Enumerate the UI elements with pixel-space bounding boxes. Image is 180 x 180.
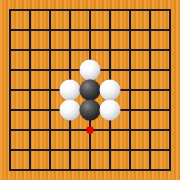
intersection-D6[interactable] <box>60 100 80 120</box>
intersection-H4[interactable] <box>140 60 160 80</box>
intersection-I9[interactable] <box>160 160 180 180</box>
intersection-I7[interactable] <box>160 120 180 140</box>
intersection-C6[interactable] <box>40 100 60 120</box>
grid-line-horizontal <box>60 49 80 51</box>
grid-line-horizontal <box>100 69 120 71</box>
grid-line-horizontal <box>40 129 60 131</box>
grid-line-horizontal <box>120 169 140 171</box>
intersection-I4[interactable] <box>160 60 180 80</box>
grid-line-horizontal <box>20 149 40 151</box>
intersection-C7[interactable] <box>40 120 60 140</box>
grid-line-horizontal <box>40 69 60 71</box>
intersection-I1[interactable] <box>160 0 180 20</box>
intersection-G7[interactable] <box>120 120 140 140</box>
intersection-D1[interactable] <box>60 0 80 20</box>
intersection-I5[interactable] <box>160 80 180 100</box>
intersection-B6[interactable] <box>20 100 40 120</box>
grid-line-horizontal <box>40 49 60 51</box>
intersection-I3[interactable] <box>160 40 180 60</box>
grid-line-horizontal <box>20 169 40 171</box>
intersection-A9[interactable] <box>0 160 20 180</box>
grid-line-horizontal <box>9 169 20 171</box>
intersection-D3[interactable] <box>60 40 80 60</box>
grid-line-horizontal <box>9 69 20 71</box>
intersection-H7[interactable] <box>140 120 160 140</box>
grid-line-horizontal <box>9 89 20 91</box>
intersection-F7[interactable] <box>100 120 120 140</box>
grid-line-horizontal <box>160 149 171 151</box>
intersection-D8[interactable] <box>60 140 80 160</box>
grid-line-horizontal <box>100 29 120 31</box>
grid-line-horizontal <box>40 9 60 11</box>
intersection-D9[interactable] <box>60 160 80 180</box>
intersection-A2[interactable] <box>0 20 20 40</box>
grid-line-horizontal <box>40 149 60 151</box>
intersection-C5[interactable] <box>40 80 60 100</box>
intersection-B5[interactable] <box>20 80 40 100</box>
grid-line-horizontal <box>160 9 171 11</box>
white-stone <box>60 100 81 121</box>
grid-line-horizontal <box>80 169 100 171</box>
intersection-E5[interactable] <box>80 80 100 100</box>
grid-line-horizontal <box>9 9 20 11</box>
intersection-A3[interactable] <box>0 40 20 60</box>
intersection-G6[interactable] <box>120 100 140 120</box>
grid-line-horizontal <box>160 49 171 51</box>
intersection-A5[interactable] <box>0 80 20 100</box>
intersection-I8[interactable] <box>160 140 180 160</box>
grid-line-horizontal <box>100 9 120 11</box>
grid-line-horizontal <box>100 169 120 171</box>
intersection-F9[interactable] <box>100 160 120 180</box>
intersection-I2[interactable] <box>160 20 180 40</box>
intersection-G9[interactable] <box>120 160 140 180</box>
intersection-G3[interactable] <box>120 40 140 60</box>
intersection-B9[interactable] <box>20 160 40 180</box>
go-board[interactable] <box>0 0 180 180</box>
grid-line-horizontal <box>80 49 100 51</box>
intersection-F3[interactable] <box>100 40 120 60</box>
intersection-H6[interactable] <box>140 100 160 120</box>
intersection-H8[interactable] <box>140 140 160 160</box>
intersection-H3[interactable] <box>140 40 160 60</box>
intersection-B3[interactable] <box>20 40 40 60</box>
intersection-D7[interactable] <box>60 120 80 140</box>
grid-line-horizontal <box>140 109 160 111</box>
intersection-H9[interactable] <box>140 160 160 180</box>
grid-line-horizontal <box>140 169 160 171</box>
grid-line-horizontal <box>9 149 20 151</box>
intersection-B1[interactable] <box>20 0 40 20</box>
grid-line-horizontal <box>20 69 40 71</box>
intersection-A7[interactable] <box>0 120 20 140</box>
intersection-E3[interactable] <box>80 40 100 60</box>
intersection-F2[interactable] <box>100 20 120 40</box>
intersection-E2[interactable] <box>80 20 100 40</box>
intersection-G2[interactable] <box>120 20 140 40</box>
intersection-C3[interactable] <box>40 40 60 60</box>
grid-line-horizontal <box>160 69 171 71</box>
grid-line-horizontal <box>60 149 80 151</box>
grid-line-horizontal <box>20 9 40 11</box>
grid-line-horizontal <box>140 49 160 51</box>
intersection-A6[interactable] <box>0 100 20 120</box>
grid-line-horizontal <box>20 49 40 51</box>
intersection-G5[interactable] <box>120 80 140 100</box>
intersection-G1[interactable] <box>120 0 140 20</box>
intersection-G4[interactable] <box>120 60 140 80</box>
grid-line-horizontal <box>9 29 20 31</box>
grid-line-horizontal <box>120 49 140 51</box>
intersection-E6[interactable] <box>80 100 100 120</box>
red-dot-marker <box>87 127 94 134</box>
intersection-C1[interactable] <box>40 0 60 20</box>
black-stone <box>80 80 101 101</box>
grid-line-horizontal <box>100 49 120 51</box>
grid-line-horizontal <box>80 9 100 11</box>
grid-line-horizontal <box>120 69 140 71</box>
grid-line-horizontal <box>120 149 140 151</box>
grid-line-horizontal <box>140 89 160 91</box>
grid-line-horizontal <box>100 149 120 151</box>
intersection-A1[interactable] <box>0 0 20 20</box>
grid-line-horizontal <box>20 89 40 91</box>
grid-line-horizontal <box>60 69 80 71</box>
grid-line-horizontal <box>9 129 20 131</box>
grid-line-horizontal <box>40 109 60 111</box>
grid-line-horizontal <box>100 129 120 131</box>
intersection-D5[interactable] <box>60 80 80 100</box>
grid-line-horizontal <box>9 109 20 111</box>
intersection-B2[interactable] <box>20 20 40 40</box>
intersection-E7[interactable] <box>80 120 100 140</box>
grid-line-horizontal <box>160 89 171 91</box>
grid-line-horizontal <box>160 169 171 171</box>
intersection-F8[interactable] <box>100 140 120 160</box>
intersection-F5[interactable] <box>100 80 120 100</box>
grid-line-horizontal <box>40 29 60 31</box>
grid-line-horizontal <box>120 29 140 31</box>
intersection-G8[interactable] <box>120 140 140 160</box>
intersection-E9[interactable] <box>80 160 100 180</box>
white-stone <box>100 80 121 101</box>
grid-line-horizontal <box>60 9 80 11</box>
intersection-C8[interactable] <box>40 140 60 160</box>
grid-line-horizontal <box>120 9 140 11</box>
grid-line-horizontal <box>20 29 40 31</box>
white-stone <box>60 80 81 101</box>
intersection-H2[interactable] <box>140 20 160 40</box>
grid-line-horizontal <box>140 9 160 11</box>
grid-line-horizontal <box>120 109 140 111</box>
intersection-E1[interactable] <box>80 0 100 20</box>
intersection-B8[interactable] <box>20 140 40 160</box>
intersection-E8[interactable] <box>80 140 100 160</box>
white-stone <box>80 60 101 81</box>
grid-line-horizontal <box>20 129 40 131</box>
grid-line-horizontal <box>9 49 20 51</box>
intersection-H5[interactable] <box>140 80 160 100</box>
intersection-I6[interactable] <box>160 100 180 120</box>
grid-line-horizontal <box>140 129 160 131</box>
intersection-A4[interactable] <box>0 60 20 80</box>
intersection-C2[interactable] <box>40 20 60 40</box>
grid-line-horizontal <box>160 29 171 31</box>
grid-line-horizontal <box>40 89 60 91</box>
grid-line-horizontal <box>60 129 80 131</box>
grid-line-horizontal <box>160 109 171 111</box>
white-stone <box>100 100 121 121</box>
intersection-H1[interactable] <box>140 0 160 20</box>
grid-line-horizontal <box>60 169 80 171</box>
intersection-A8[interactable] <box>0 140 20 160</box>
intersection-C4[interactable] <box>40 60 60 80</box>
grid-line-horizontal <box>140 149 160 151</box>
intersection-D4[interactable] <box>60 60 80 80</box>
grid-line-horizontal <box>80 29 100 31</box>
intersection-B7[interactable] <box>20 120 40 140</box>
grid-line-horizontal <box>120 89 140 91</box>
grid-line-horizontal <box>160 129 171 131</box>
intersection-F1[interactable] <box>100 0 120 20</box>
grid-line-horizontal <box>80 149 100 151</box>
black-stone <box>80 100 101 121</box>
intersection-C9[interactable] <box>40 160 60 180</box>
grid-line-horizontal <box>20 109 40 111</box>
grid-line-horizontal <box>40 169 60 171</box>
grid-line-horizontal <box>120 129 140 131</box>
intersection-E4[interactable] <box>80 60 100 80</box>
intersection-F4[interactable] <box>100 60 120 80</box>
grid-line-horizontal <box>140 69 160 71</box>
intersection-B4[interactable] <box>20 60 40 80</box>
grid-line-horizontal <box>60 29 80 31</box>
grid-line-horizontal <box>140 29 160 31</box>
intersection-F6[interactable] <box>100 100 120 120</box>
intersection-D2[interactable] <box>60 20 80 40</box>
